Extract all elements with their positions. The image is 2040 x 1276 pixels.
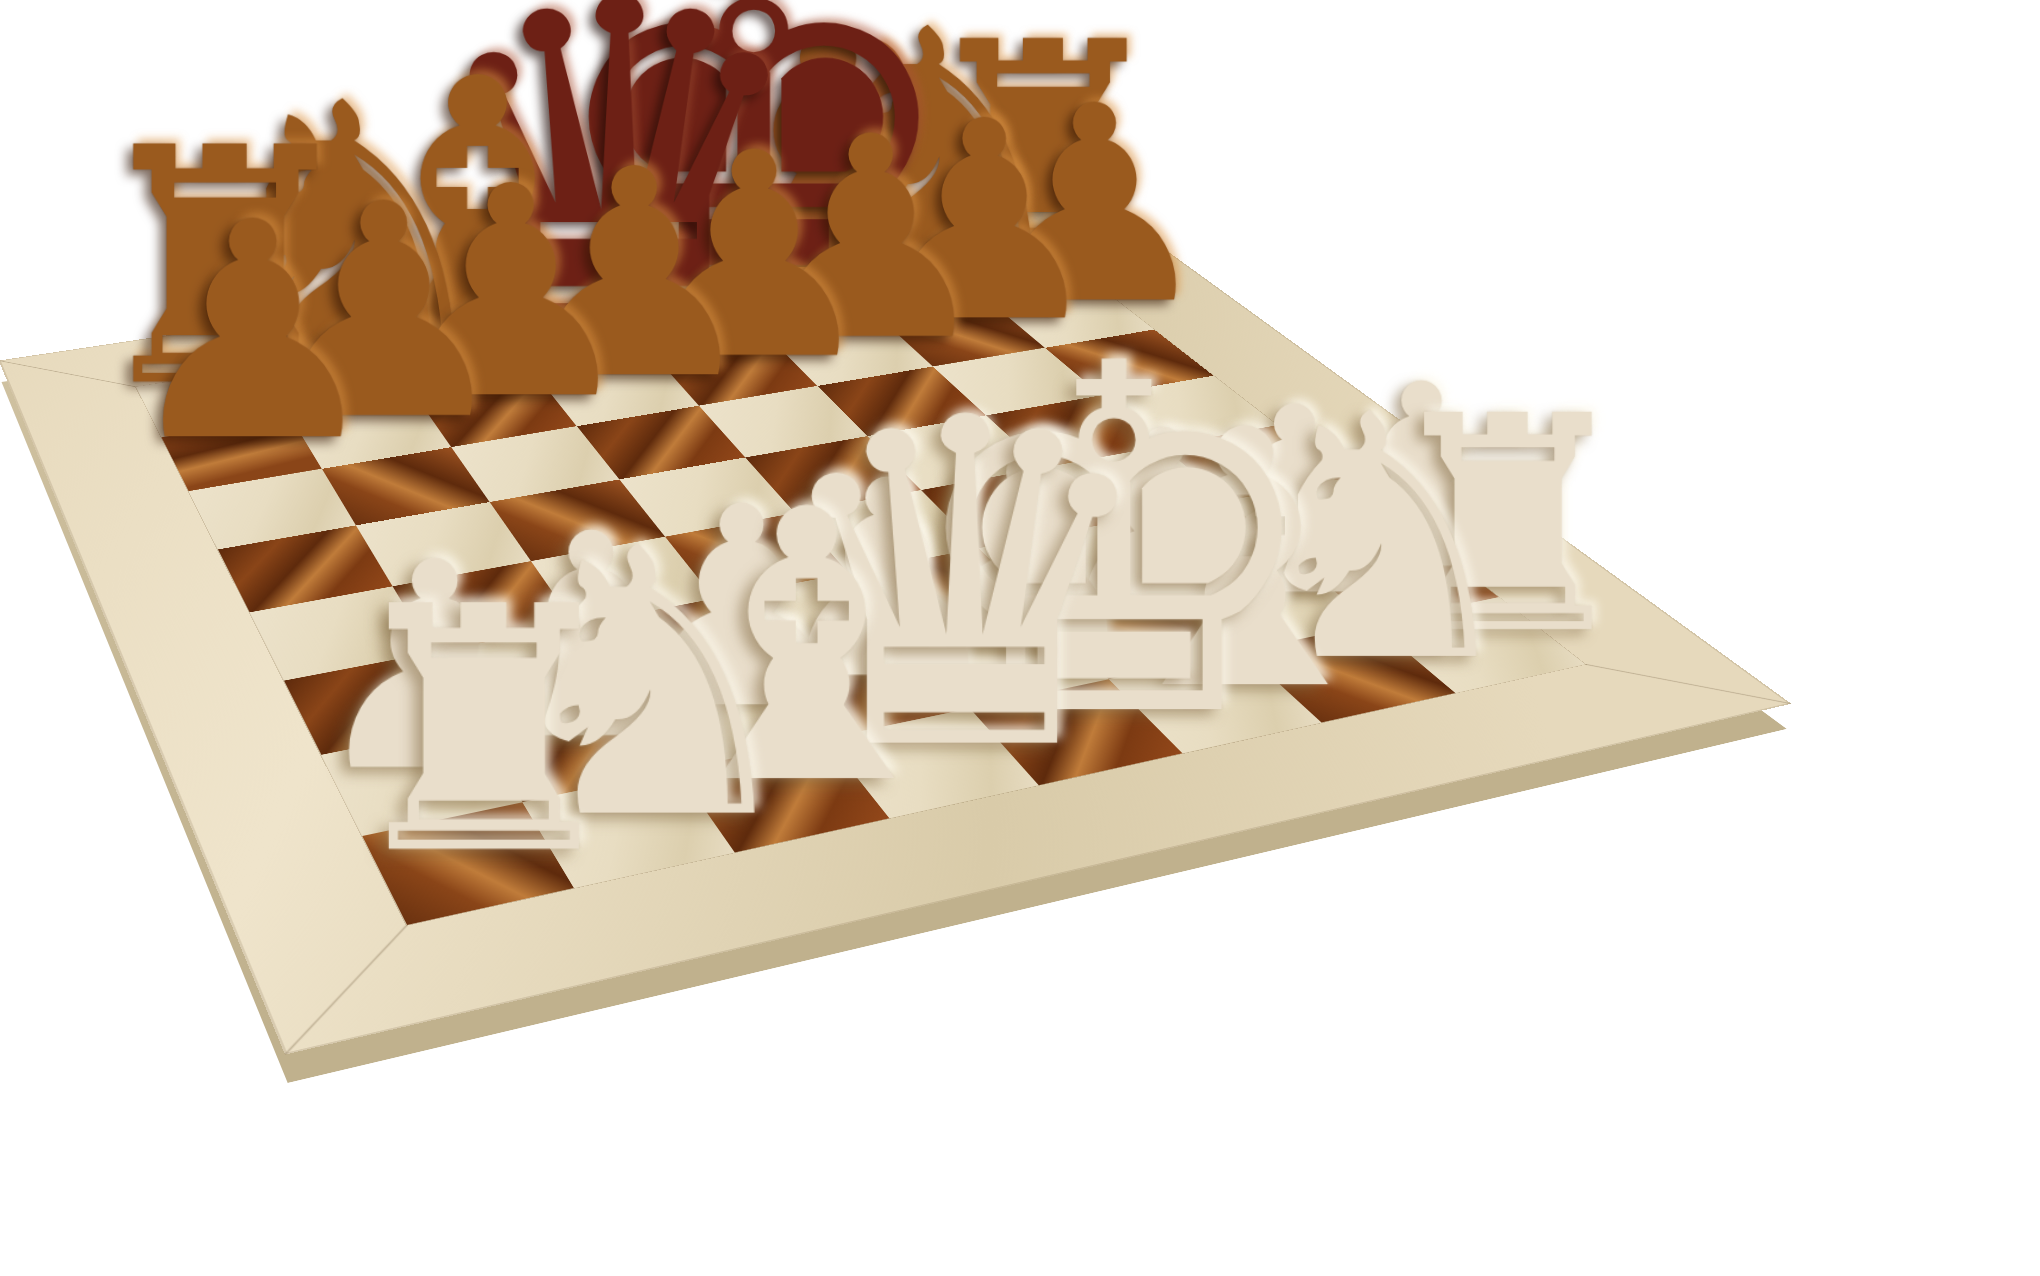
pawn-glyph: ♟ [58, 190, 448, 474]
chess-board: ♜♞♝♛♚♝♞♜♟♟♟♟♟♟♟♟♟♟♟♟♟♟♟♟♜♞♝♛♚♝♞♜ [0, 197, 1791, 1055]
board-photo-scene: ♜♞♝♛♚♝♞♜♟♟♟♟♟♟♟♟♟♟♟♟♟♟♟♟♜♞♝♛♚♝♞♜ [0, 0, 2040, 1276]
page: { "game": "chess", "scene": "Red onyx an… [0, 0, 2040, 1276]
square-a1[interactable]: ♜ [362, 802, 574, 925]
rook-glyph: ♜ [234, 572, 734, 893]
